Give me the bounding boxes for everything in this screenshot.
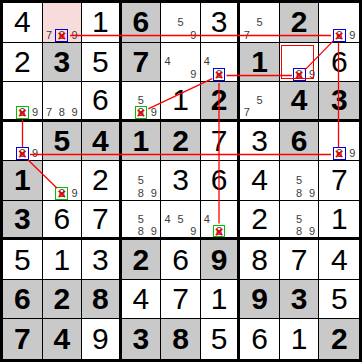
given-digit: 2 [211,85,228,115]
solved-digit: 5 [211,324,228,354]
candidate-1 [3,122,16,135]
candidate-5: 5 [135,174,148,187]
cell-r1c3[interactable]: 1 [82,3,122,43]
candidate-5: 5 [174,16,187,29]
candidate-9: 9 [306,225,319,237]
candidate-6 [147,213,160,225]
candidate-5 [55,174,68,187]
candidate-6 [68,94,81,106]
candidate-4 [240,94,253,106]
candidate-7 [201,68,213,81]
candidate-4 [161,16,174,29]
cell-r5c1[interactable]: 1 [3,161,43,201]
candidate-6 [306,213,319,225]
candidate-grid: 48× [201,201,238,238]
cell-r3c2[interactable]: 789 [43,82,83,122]
candidate-grid: 59 [161,3,200,42]
cell-r9c4[interactable]: 3 [122,319,162,359]
elimination-cross-icon: × [333,147,346,160]
solved-digit: 1 [172,85,189,115]
candidate-3 [147,82,160,94]
candidate-grid: 459 [161,201,200,238]
cell-r9c8[interactable]: 1 [280,319,320,359]
cell-r1c8[interactable]: 2 [280,3,320,43]
candidate-7: 7 [43,29,56,42]
candidate-grid: 789 [43,82,82,119]
cell-r3c1[interactable]: 8×9 [3,82,43,122]
candidate-1 [280,43,293,56]
cell-r9c5[interactable]: 8 [161,319,201,359]
candidate-4 [3,94,16,106]
candidate-9 [266,106,279,118]
cell-r6c8[interactable]: 589 [280,201,320,241]
candidate-2 [253,82,266,94]
solved-digit: 1 [211,284,228,314]
given-digit: 1 [14,165,31,195]
candidate-2 [55,82,68,94]
solved-digit: 1 [291,324,308,354]
candidate-grid: 58×9 [122,82,161,119]
cell-r2c1[interactable]: 2 [3,43,43,83]
cell-r6c2[interactable]: 6 [43,201,83,241]
candidate-8 [174,29,187,42]
candidate-grid: 589 [280,161,319,200]
cell-r6c3[interactable]: 7 [82,201,122,241]
candidate-5 [174,55,187,68]
candidate-6 [346,135,359,148]
candidate-6 [29,94,42,106]
cell-r9c7[interactable]: 6 [240,319,280,359]
solved-digit: 7 [331,165,348,195]
candidate-6 [68,174,81,187]
candidate-5 [333,135,346,148]
solved-digit: 2 [251,204,268,234]
solved-digit: 4 [251,165,268,195]
solved-digit: 9 [92,324,109,354]
cell-r7c9[interactable]: 4 [319,240,359,280]
candidate-grid: 78×9 [43,3,82,42]
cell-r1c5[interactable]: 59 [161,3,201,43]
given-digit: 2 [291,7,308,37]
cell-r7c4[interactable]: 2 [122,240,162,280]
candidate-4 [122,213,135,225]
candidate-2 [213,43,225,56]
given-digit: 6 [291,126,308,156]
cell-r6c7[interactable]: 2 [240,201,280,241]
candidate-8: 8 [55,106,68,118]
candidate-9: 9 [29,106,42,118]
candidate-grid: 589 [280,201,319,238]
cell-r5c6[interactable]: 6 [201,161,241,201]
elimination-cross-icon: × [213,68,225,81]
candidate-9: 9 [68,29,81,42]
cell-r4c8[interactable]: 6 [280,122,320,162]
candidate-3 [225,201,237,213]
cell-r2c7[interactable]: 1 [240,43,280,83]
cell-r9c2[interactable]: 4 [43,319,83,359]
candidate-8: 8× [213,225,225,237]
candidate-9: 9 [346,147,359,160]
candidate-8 [174,68,187,81]
cell-r8c7[interactable]: 9 [240,280,280,320]
candidate-1 [280,161,293,174]
solved-digit: 2 [14,47,31,77]
candidate-7 [122,225,135,237]
candidate-grid: 8×9 [280,43,319,82]
candidate-5 [16,94,29,106]
cell-r4c2[interactable]: 5 [43,122,83,162]
candidate-7: 7 [240,29,253,42]
candidate-3 [187,3,200,16]
cell-r4c3[interactable]: 4 [82,122,122,162]
candidate-7 [161,29,174,42]
candidate-1 [3,82,16,94]
cell-r4c7[interactable]: 3 [240,122,280,162]
solved-digit: 3 [211,7,228,37]
candidate-7: 7 [240,106,253,118]
elimination-cross-icon: × [55,29,68,42]
cell-r3c4[interactable]: 58×9 [122,82,162,122]
candidate-5: 5 [174,213,187,225]
cell-r1c9[interactable]: 8×9 [319,3,359,43]
cell-r2c8[interactable]: 8×9 [280,43,320,83]
solved-digit: 5 [92,47,109,77]
candidate-8: 8× [213,68,225,81]
candidate-8: 8× [333,147,346,160]
candidate-4 [122,174,135,187]
cell-r7c5[interactable]: 6 [161,240,201,280]
candidate-6 [68,16,81,29]
cell-r5c4[interactable]: 589 [122,161,162,201]
cell-r1c1[interactable]: 4 [3,3,43,43]
candidate-1 [122,201,135,213]
elimination-cross-icon: × [135,106,148,118]
candidate-7 [280,187,293,200]
candidate-9: 9 [187,68,200,81]
solved-digit: 3 [251,126,268,156]
candidate-grid: 8×9 [43,161,82,200]
cell-r6c5[interactable]: 459 [161,201,201,241]
solved-digit: 5 [14,245,31,275]
candidate-3 [147,201,160,213]
candidate-8: 8× [55,29,68,42]
given-digit: 8 [92,284,109,314]
candidate-3 [266,82,279,94]
given-digit: 3 [133,324,150,354]
cell-r8c2[interactable]: 2 [43,280,83,320]
cell-r7c6[interactable]: 9 [201,240,241,280]
candidate-9: 9 [147,225,160,237]
cell-r3c3[interactable]: 6 [82,82,122,122]
candidate-3 [29,82,42,94]
candidate-4: 4 [161,213,174,225]
candidate-8: 8 [293,225,306,237]
cell-r5c8[interactable]: 589 [280,161,320,201]
candidate-4 [319,135,332,148]
candidate-4 [43,16,56,29]
candidate-8: 8× [333,29,346,42]
solved-digit: 6 [251,324,268,354]
cell-r8c1[interactable]: 6 [3,280,43,320]
candidate-8 [174,225,187,237]
candidate-2 [174,201,187,213]
given-digit: 7 [133,47,150,77]
solved-digit: 2 [92,165,109,195]
candidate-2 [174,3,187,16]
given-digit: 4 [53,324,70,354]
candidate-8: 8× [55,187,68,200]
candidate-9: 9 [68,106,81,118]
candidate-3 [147,161,160,174]
candidate-6 [266,94,279,106]
candidate-6 [187,16,200,29]
candidate-2 [293,161,306,174]
candidate-9: 9 [68,187,81,200]
candidate-7 [161,68,174,81]
cell-r3c6[interactable]: 2 [201,82,241,122]
candidate-grid: 57 [240,3,279,42]
candidate-7 [280,68,293,81]
candidate-4 [240,16,253,29]
candidate-9: 9 [346,29,359,42]
candidate-8 [253,29,266,42]
solved-digit: 7 [291,245,308,275]
given-digit: 3 [331,85,348,115]
candidate-3 [306,43,319,56]
candidate-7 [122,187,135,200]
given-digit: 8 [172,324,189,354]
candidate-9: 9 [187,225,200,237]
cell-r6c4[interactable]: 589 [122,201,162,241]
cell-r2c5[interactable]: 49 [161,43,201,83]
candidate-9: 9 [29,147,42,160]
candidate-3 [266,3,279,16]
cell-r3c9[interactable]: 3 [319,82,359,122]
candidate-3 [346,122,359,135]
candidate-grid: 8×9 [3,82,42,119]
cell-r8c4[interactable]: 4 [122,280,162,320]
candidate-grid: 48× [201,43,238,82]
candidate-9 [225,225,237,237]
candidate-9: 9 [147,187,160,200]
cell-r2c9[interactable]: 6 [319,43,359,83]
candidate-6 [147,94,160,106]
candidate-2 [135,82,148,94]
candidate-3 [68,161,81,174]
given-digit: 5 [53,126,70,156]
cell-r8c9[interactable]: 5 [319,280,359,320]
solved-digit: 6 [172,245,189,275]
candidate-6 [187,55,200,68]
cell-r7c7[interactable]: 8 [240,240,280,280]
cell-r8c8[interactable]: 3 [280,280,320,320]
candidate-4 [280,174,293,187]
candidate-1 [280,201,293,213]
cell-r2c2[interactable]: 3 [43,43,83,83]
cell-r3c7[interactable]: 57 [240,82,280,122]
candidate-5 [16,135,29,148]
candidate-1 [201,201,213,213]
candidate-2 [333,122,346,135]
candidate-3 [346,3,359,16]
cell-r1c6[interactable]: 3 [201,3,241,43]
cell-r4c1[interactable]: 8×9 [3,122,43,162]
given-digit: 2 [172,126,189,156]
solved-digit: 1 [53,245,70,275]
candidate-6 [306,55,319,68]
cell-r7c8[interactable]: 7 [280,240,320,280]
solved-digit: 3 [92,245,109,275]
cell-r5c7[interactable]: 4 [240,161,280,201]
candidate-5 [293,55,306,68]
candidate-5 [213,213,225,225]
cell-r6c1[interactable]: 3 [3,201,43,241]
cell-r5c3[interactable]: 2 [82,161,122,201]
cell-r7c1[interactable]: 5 [3,240,43,280]
candidate-3 [306,161,319,174]
candidate-3 [187,43,200,56]
candidate-7 [3,106,16,118]
cell-r5c5[interactable]: 3 [161,161,201,201]
candidate-1 [319,3,332,16]
candidate-8: 8× [16,106,29,118]
candidate-6 [225,213,237,225]
candidate-2 [135,201,148,213]
cell-r1c7[interactable]: 57 [240,3,280,43]
cell-r4c4[interactable]: 1 [122,122,162,162]
candidate-2 [213,201,225,213]
candidate-9: 9 [306,187,319,200]
candidate-8: 8× [16,147,29,160]
candidate-3 [306,201,319,213]
cell-r4c5[interactable]: 2 [161,122,201,162]
cell-r1c2[interactable]: 78×9 [43,3,83,43]
cell-r3c8[interactable]: 4 [280,82,320,122]
given-digit: 4 [291,85,308,115]
cell-r5c9[interactable]: 7 [319,161,359,201]
candidate-4 [43,94,56,106]
solved-digit: 5 [331,284,348,314]
candidate-6 [147,174,160,187]
solved-digit: 6 [53,204,70,234]
solved-digit: 6 [331,47,348,77]
candidate-4 [122,94,135,106]
cell-r9c9[interactable]: 2 [319,319,359,359]
candidate-5 [213,55,225,68]
candidate-grid: 49 [161,43,200,82]
candidate-2 [174,43,187,56]
cell-r2c3[interactable]: 5 [82,43,122,83]
cell-r6c6[interactable]: 48× [201,201,241,241]
cell-r5c2[interactable]: 8×9 [43,161,83,201]
cell-r9c3[interactable]: 9 [82,319,122,359]
candidate-7 [43,187,56,200]
candidate-8: 8× [293,68,306,81]
candidate-2 [55,161,68,174]
cell-r4c9[interactable]: 8×9 [319,122,359,162]
cell-r8c6[interactable]: 1 [201,280,241,320]
candidate-6 [225,55,237,68]
candidate-5: 5 [293,174,306,187]
cell-r1c4[interactable]: 6 [122,3,162,43]
candidate-7 [319,29,332,42]
given-digit: 3 [291,284,308,314]
solved-digit: 4 [14,7,31,37]
elimination-cross-icon: × [213,225,225,237]
candidate-9: 9 [306,68,319,81]
cell-r8c3[interactable]: 8 [82,280,122,320]
solved-digit: 6 [211,165,228,195]
candidate-grid: 8×9 [319,122,359,161]
candidate-3 [225,43,237,56]
candidate-7 [122,106,135,118]
solved-digit: 7 [172,284,189,314]
candidate-2 [293,43,306,56]
candidate-1 [43,3,56,16]
candidate-9 [225,68,237,81]
elimination-cross-icon: × [333,29,346,42]
candidate-6 [187,213,200,225]
cell-r7c3[interactable]: 3 [82,240,122,280]
candidate-grid: 589 [122,201,161,238]
cell-r6c9[interactable]: 1 [319,201,359,241]
given-digit: 4 [92,126,109,156]
candidate-7 [161,225,174,237]
candidate-grid: 8×9 [319,3,359,42]
candidate-7 [3,147,16,160]
candidate-6 [29,135,42,148]
candidate-8: 8 [293,187,306,200]
candidate-5: 5 [135,213,148,225]
candidate-2 [333,3,346,16]
cell-r3c5[interactable]: 1 [161,82,201,122]
cell-r7c2[interactable]: 1 [43,240,83,280]
cell-r2c4[interactable]: 7 [122,43,162,83]
cell-r8c5[interactable]: 7 [161,280,201,320]
given-digit: 9 [211,245,228,275]
candidate-3 [68,3,81,16]
candidate-4: 4 [161,55,174,68]
candidate-4: 4 [201,213,213,225]
candidate-4: 4 [201,55,213,68]
cell-r9c6[interactable]: 5 [201,319,241,359]
given-digit: 9 [251,284,268,314]
given-digit: 7 [14,324,31,354]
given-digit: 3 [14,204,31,234]
solved-digit: 1 [331,204,348,234]
candidate-1 [122,161,135,174]
solved-digit: 1 [92,7,109,37]
sudoku-board: 478×9165935728×923574948×18×968×9789658×… [0,0,362,362]
elimination-cross-icon: × [55,187,68,200]
candidate-8: 8 [135,187,148,200]
cell-r9c1[interactable]: 7 [3,319,43,359]
candidate-1 [201,43,213,56]
candidate-3 [187,201,200,213]
candidate-5 [333,16,346,29]
candidate-4 [319,16,332,29]
candidate-7 [201,225,213,237]
candidate-4 [3,135,16,148]
candidate-1 [161,201,174,213]
given-digit: 3 [53,47,70,77]
candidate-1 [43,161,56,174]
candidate-7 [280,225,293,237]
cell-r4c6[interactable]: 7 [201,122,241,162]
candidate-5 [55,94,68,106]
cell-r2c6[interactable]: 48× [201,43,241,83]
given-digit: 2 [53,284,70,314]
